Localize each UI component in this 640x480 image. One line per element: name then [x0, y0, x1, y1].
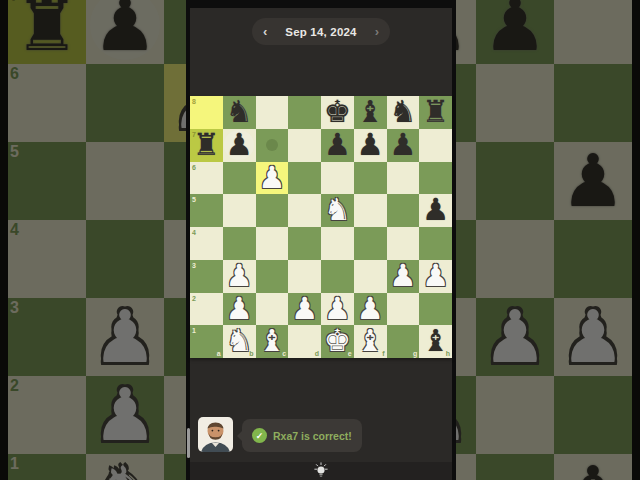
piece-white-bishop-f1[interactable]: ♝ [354, 325, 387, 358]
piece-black-pawn-e7[interactable]: ♟ [321, 129, 354, 162]
square-d8[interactable] [288, 96, 321, 129]
square-e1[interactable]: e♚ [321, 325, 354, 358]
square-d2[interactable]: ♟ [288, 293, 321, 326]
square-h3[interactable]: ♟ [419, 260, 452, 293]
piece-white-pawn-c6[interactable]: ♟ [256, 162, 289, 195]
square-h1[interactable]: h♝ [419, 325, 452, 358]
feedback-bubble: ✓ Rxa7 is correct! [242, 419, 362, 452]
puzzle-date-label[interactable]: Sep 14, 2024 [267, 26, 374, 38]
piece-white-bishop-c1[interactable]: ♝ [256, 325, 289, 358]
square-e6[interactable] [321, 162, 354, 195]
square-f7[interactable]: ♟ [354, 129, 387, 162]
rank-label-3: 3 [192, 262, 196, 269]
square-b3[interactable]: ♟ [223, 260, 256, 293]
square-a4[interactable]: 4 [190, 227, 223, 260]
square-e3[interactable] [321, 260, 354, 293]
piece-black-pawn-f7[interactable]: ♟ [354, 129, 387, 162]
square-a1[interactable]: 1a [190, 325, 223, 358]
square-c5[interactable] [256, 194, 289, 227]
piece-black-pawn-b7[interactable]: ♟ [223, 129, 256, 162]
bottom-toolbar [190, 462, 452, 480]
piece-white-pawn-g3[interactable]: ♟ [387, 260, 420, 293]
piece-white-knight-e5[interactable]: ♞ [321, 194, 354, 227]
piece-white-pawn-d2[interactable]: ♟ [288, 293, 321, 326]
next-day-button[interactable]: › [375, 25, 379, 38]
square-b4[interactable] [223, 227, 256, 260]
file-label-g: g [413, 350, 417, 357]
square-b2[interactable]: ♟ [223, 293, 256, 326]
square-f4[interactable] [354, 227, 387, 260]
square-f5[interactable] [354, 194, 387, 227]
square-g4[interactable] [387, 227, 420, 260]
screen: 8♞♚♝♞♜7♜♟♟♟♟6♟5♞♟43♟♟♟2♟♟♟♟1ab♞c♝de♚f♝gh… [0, 0, 640, 480]
square-c7[interactable] [256, 129, 289, 162]
square-c8[interactable] [256, 96, 289, 129]
square-f6[interactable] [354, 162, 387, 195]
square-g8[interactable]: ♞ [387, 96, 420, 129]
square-b5[interactable] [223, 194, 256, 227]
square-h2[interactable] [419, 293, 452, 326]
piece-black-bishop-f8[interactable]: ♝ [354, 96, 387, 129]
piece-black-knight-g8[interactable]: ♞ [387, 96, 420, 129]
square-d5[interactable] [288, 194, 321, 227]
avatar-image [198, 417, 233, 452]
square-g5[interactable] [387, 194, 420, 227]
square-a6[interactable]: 6 [190, 162, 223, 195]
square-d3[interactable] [288, 260, 321, 293]
piece-white-pawn-h3[interactable]: ♟ [419, 260, 452, 293]
square-e7[interactable]: ♟ [321, 129, 354, 162]
square-d1[interactable]: d [288, 325, 321, 358]
piece-black-pawn-h5[interactable]: ♟ [419, 194, 452, 227]
rank-label-5: 5 [192, 196, 196, 203]
piece-black-king-e8[interactable]: ♚ [321, 96, 354, 129]
square-a3[interactable]: 3 [190, 260, 223, 293]
user-avatar [198, 417, 233, 452]
piece-white-pawn-b3[interactable]: ♟ [223, 260, 256, 293]
square-f2[interactable]: ♟ [354, 293, 387, 326]
square-h8[interactable]: ♜ [419, 96, 452, 129]
square-b6[interactable] [223, 162, 256, 195]
file-label-a: a [217, 350, 221, 357]
piece-black-bishop-h1[interactable]: ♝ [419, 325, 452, 358]
piece-white-pawn-b2[interactable]: ♟ [223, 293, 256, 326]
piece-black-rook-a7[interactable]: ♜ [190, 129, 223, 162]
square-e8[interactable]: ♚ [321, 96, 354, 129]
square-e4[interactable] [321, 227, 354, 260]
piece-black-knight-b8[interactable]: ♞ [223, 96, 256, 129]
square-f3[interactable] [354, 260, 387, 293]
puzzle-panel-content: ‹ Sep 14, 2024 › 8♞♚♝♞♜7♜♟♟♟♟6♟5♞♟43♟♟♟2… [190, 8, 452, 480]
square-c6[interactable]: ♟ [256, 162, 289, 195]
square-b7[interactable]: ♟ [223, 129, 256, 162]
square-h7[interactable] [419, 129, 452, 162]
square-e2[interactable]: ♟ [321, 293, 354, 326]
square-h4[interactable] [419, 227, 452, 260]
square-h5[interactable]: ♟ [419, 194, 452, 227]
piece-black-rook-h8[interactable]: ♜ [419, 96, 452, 129]
square-a2[interactable]: 2 [190, 293, 223, 326]
square-a8[interactable]: 8 [190, 96, 223, 129]
square-c3[interactable] [256, 260, 289, 293]
piece-white-knight-b1[interactable]: ♞ [223, 325, 256, 358]
rank-label-2: 2 [192, 295, 196, 302]
square-g7[interactable]: ♟ [387, 129, 420, 162]
square-a7[interactable]: 7♜ [190, 129, 223, 162]
hint-lightbulb-icon[interactable] [314, 462, 328, 480]
square-f8[interactable]: ♝ [354, 96, 387, 129]
square-b8[interactable]: ♞ [223, 96, 256, 129]
rank-label-8: 8 [192, 98, 196, 105]
square-d7[interactable] [288, 129, 321, 162]
check-icon: ✓ [252, 428, 267, 443]
square-e5[interactable]: ♞ [321, 194, 354, 227]
square-c1[interactable]: c♝ [256, 325, 289, 358]
square-f1[interactable]: f♝ [354, 325, 387, 358]
square-g3[interactable]: ♟ [387, 260, 420, 293]
hint-dot [266, 139, 278, 151]
date-navigator: ‹ Sep 14, 2024 › [252, 18, 390, 45]
square-b1[interactable]: b♞ [223, 325, 256, 358]
chess-board[interactable]: 8♞♚♝♞♜7♜♟♟♟♟6♟5♞♟43♟♟♟2♟♟♟♟1ab♞c♝de♚f♝gh… [190, 96, 452, 358]
square-d4[interactable] [288, 227, 321, 260]
piece-white-king-e1[interactable]: ♚ [321, 325, 354, 358]
rank-label-4: 4 [192, 229, 196, 236]
square-c2[interactable] [256, 293, 289, 326]
file-label-d: d [315, 350, 319, 357]
feedback-row: ✓ Rxa7 is correct! [198, 417, 362, 452]
square-d6[interactable] [288, 162, 321, 195]
feedback-message: Rxa7 is correct! [273, 430, 352, 442]
rank-label-1: 1 [192, 327, 196, 334]
square-c4[interactable] [256, 227, 289, 260]
square-g2[interactable] [387, 293, 420, 326]
piece-black-pawn-g7[interactable]: ♟ [387, 129, 420, 162]
square-g6[interactable] [387, 162, 420, 195]
rank-label-6: 6 [192, 164, 196, 171]
puzzle-panel: ‹ Sep 14, 2024 › 8♞♚♝♞♜7♜♟♟♟♟6♟5♞♟43♟♟♟2… [186, 0, 456, 480]
square-a5[interactable]: 5 [190, 194, 223, 227]
square-g1[interactable]: g [387, 325, 420, 358]
square-h6[interactable] [419, 162, 452, 195]
piece-white-pawn-e2[interactable]: ♟ [321, 293, 354, 326]
piece-white-pawn-f2[interactable]: ♟ [354, 293, 387, 326]
